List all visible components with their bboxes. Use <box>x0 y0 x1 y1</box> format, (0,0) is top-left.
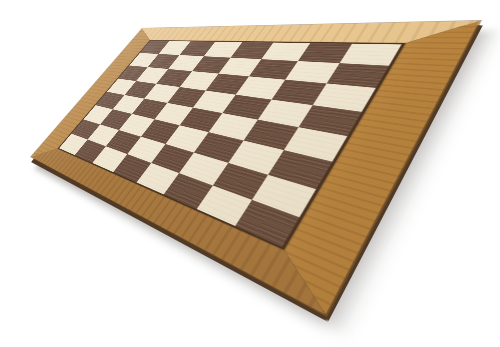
square-r1c8 <box>339 44 402 66</box>
product-photo-stage <box>0 0 500 347</box>
